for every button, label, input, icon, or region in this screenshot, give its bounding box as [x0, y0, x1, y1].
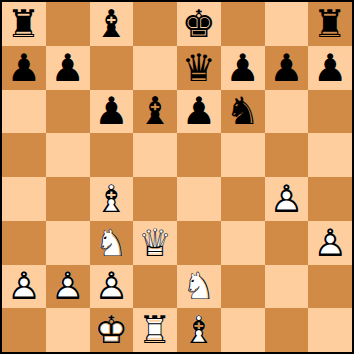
- square-h6[interactable]: [308, 90, 352, 134]
- square-h5[interactable]: [308, 133, 352, 177]
- white-knight[interactable]: ♞♘: [177, 265, 221, 309]
- white-piece-outline: ♙: [313, 224, 347, 262]
- white-piece-fill: ♟: [313, 224, 347, 262]
- square-c5[interactable]: [90, 133, 134, 177]
- black-piece-glyph: ♞: [226, 92, 260, 130]
- square-g7[interactable]: ♟: [265, 46, 309, 90]
- black-piece-glyph: ♟: [7, 49, 41, 87]
- square-g1[interactable]: [265, 308, 309, 352]
- white-piece-outline: ♘: [182, 267, 216, 305]
- square-e2[interactable]: ♞♘: [177, 265, 221, 309]
- white-piece-fill: ♞: [94, 224, 128, 262]
- square-g3[interactable]: [265, 221, 309, 265]
- black-piece-glyph: ♝: [138, 92, 172, 130]
- white-king[interactable]: ♚♔: [90, 308, 134, 352]
- square-c3[interactable]: ♞♘: [90, 221, 134, 265]
- white-piece-outline: ♙: [51, 267, 85, 305]
- black-rook[interactable]: ♜: [2, 2, 46, 46]
- black-knight[interactable]: ♞: [221, 90, 265, 134]
- white-piece-fill: ♛: [138, 224, 172, 262]
- square-e7[interactable]: ♛: [177, 46, 221, 90]
- square-d6[interactable]: ♝: [133, 90, 177, 134]
- black-piece-glyph: ♝: [94, 5, 128, 43]
- square-h2[interactable]: [308, 265, 352, 309]
- square-c4[interactable]: ♝♗: [90, 177, 134, 221]
- square-d4[interactable]: [133, 177, 177, 221]
- square-g8[interactable]: [265, 2, 309, 46]
- square-d3[interactable]: ♛♕: [133, 221, 177, 265]
- square-a4[interactable]: [2, 177, 46, 221]
- square-e4[interactable]: [177, 177, 221, 221]
- black-pawn[interactable]: ♟: [177, 90, 221, 134]
- white-piece-fill: ♟: [269, 180, 303, 218]
- square-e3[interactable]: [177, 221, 221, 265]
- white-rook[interactable]: ♜♖: [133, 308, 177, 352]
- white-piece-outline: ♕: [138, 224, 172, 262]
- square-b7[interactable]: ♟: [46, 46, 90, 90]
- square-b1[interactable]: [46, 308, 90, 352]
- square-e5[interactable]: [177, 133, 221, 177]
- white-piece-outline: ♗: [94, 180, 128, 218]
- white-pawn[interactable]: ♟♙: [2, 265, 46, 309]
- white-piece-outline: ♘: [94, 224, 128, 262]
- square-h1[interactable]: [308, 308, 352, 352]
- square-a3[interactable]: [2, 221, 46, 265]
- black-piece-glyph: ♟: [182, 92, 216, 130]
- white-piece-outline: ♙: [269, 180, 303, 218]
- black-piece-glyph: ♟: [94, 92, 128, 130]
- square-h8[interactable]: ♜: [308, 2, 352, 46]
- square-d8[interactable]: [133, 2, 177, 46]
- square-c2[interactable]: ♟♙: [90, 265, 134, 309]
- square-b2[interactable]: ♟♙: [46, 265, 90, 309]
- square-a2[interactable]: ♟♙: [2, 265, 46, 309]
- square-f1[interactable]: [221, 308, 265, 352]
- black-piece-glyph: ♟: [269, 49, 303, 87]
- black-pawn[interactable]: ♟: [221, 46, 265, 90]
- square-c6[interactable]: ♟: [90, 90, 134, 134]
- square-b8[interactable]: [46, 2, 90, 46]
- white-piece-outline: ♙: [94, 267, 128, 305]
- square-a1[interactable]: [2, 308, 46, 352]
- white-piece-outline: ♔: [94, 311, 128, 349]
- black-rook[interactable]: ♜: [308, 2, 352, 46]
- white-piece-fill: ♝: [182, 311, 216, 349]
- square-a8[interactable]: ♜: [2, 2, 46, 46]
- white-pawn[interactable]: ♟♙: [265, 177, 309, 221]
- square-f3[interactable]: [221, 221, 265, 265]
- black-bishop[interactable]: ♝: [90, 2, 134, 46]
- square-a6[interactable]: [2, 90, 46, 134]
- black-pawn[interactable]: ♟: [308, 46, 352, 90]
- white-piece-fill: ♝: [94, 180, 128, 218]
- square-e1[interactable]: ♝♗: [177, 308, 221, 352]
- square-b6[interactable]: [46, 90, 90, 134]
- white-pawn[interactable]: ♟♙: [90, 265, 134, 309]
- white-knight[interactable]: ♞♘: [90, 221, 134, 265]
- square-b3[interactable]: [46, 221, 90, 265]
- black-pawn[interactable]: ♟: [90, 90, 134, 134]
- square-g4[interactable]: ♟♙: [265, 177, 309, 221]
- square-a5[interactable]: [2, 133, 46, 177]
- white-piece-outline: ♖: [138, 311, 172, 349]
- white-pawn[interactable]: ♟♙: [46, 265, 90, 309]
- white-bishop[interactable]: ♝♗: [177, 308, 221, 352]
- white-piece-fill: ♟: [7, 267, 41, 305]
- square-b4[interactable]: [46, 177, 90, 221]
- square-f5[interactable]: [221, 133, 265, 177]
- black-piece-glyph: ♜: [313, 5, 347, 43]
- square-f6[interactable]: ♞: [221, 90, 265, 134]
- white-pawn[interactable]: ♟♙: [308, 221, 352, 265]
- white-piece-fill: ♞: [182, 267, 216, 305]
- square-d1[interactable]: ♜♖: [133, 308, 177, 352]
- square-c7[interactable]: [90, 46, 134, 90]
- square-e8[interactable]: ♚: [177, 2, 221, 46]
- white-piece-outline: ♙: [7, 267, 41, 305]
- white-bishop[interactable]: ♝♗: [90, 177, 134, 221]
- black-piece-glyph: ♟: [313, 49, 347, 87]
- white-piece-fill: ♚: [94, 311, 128, 349]
- square-c1[interactable]: ♚♔: [90, 308, 134, 352]
- square-f4[interactable]: [221, 177, 265, 221]
- square-c8[interactable]: ♝: [90, 2, 134, 46]
- black-piece-glyph: ♜: [7, 5, 41, 43]
- square-a7[interactable]: ♟: [2, 46, 46, 90]
- white-queen[interactable]: ♛♕: [133, 221, 177, 265]
- black-piece-glyph: ♛: [182, 49, 216, 87]
- black-piece-glyph: ♚: [182, 5, 216, 43]
- white-piece-fill: ♜: [138, 311, 172, 349]
- chess-board: ♜♝♚♜♟♟♛♟♟♟♟♝♟♞♝♗♟♙♞♘♛♕♟♙♟♙♟♙♟♙♞♘♚♔♜♖♝♗: [0, 0, 354, 354]
- square-g6[interactable]: [265, 90, 309, 134]
- square-f2[interactable]: [221, 265, 265, 309]
- black-bishop[interactable]: ♝: [133, 90, 177, 134]
- square-d5[interactable]: [133, 133, 177, 177]
- white-piece-fill: ♟: [51, 267, 85, 305]
- black-pawn[interactable]: ♟: [2, 46, 46, 90]
- square-b5[interactable]: [46, 133, 90, 177]
- black-queen[interactable]: ♛: [177, 46, 221, 90]
- white-piece-outline: ♗: [182, 311, 216, 349]
- square-f8[interactable]: [221, 2, 265, 46]
- white-piece-fill: ♟: [94, 267, 128, 305]
- square-g5[interactable]: [265, 133, 309, 177]
- square-g2[interactable]: [265, 265, 309, 309]
- square-h4[interactable]: [308, 177, 352, 221]
- black-piece-glyph: ♟: [51, 49, 85, 87]
- square-d2[interactable]: [133, 265, 177, 309]
- square-f7[interactable]: ♟: [221, 46, 265, 90]
- black-pawn[interactable]: ♟: [265, 46, 309, 90]
- square-e6[interactable]: ♟: [177, 90, 221, 134]
- black-king[interactable]: ♚: [177, 2, 221, 46]
- black-piece-glyph: ♟: [226, 49, 260, 87]
- square-d7[interactable]: [133, 46, 177, 90]
- black-pawn[interactable]: ♟: [46, 46, 90, 90]
- square-h3[interactable]: ♟♙: [308, 221, 352, 265]
- square-h7[interactable]: ♟: [308, 46, 352, 90]
